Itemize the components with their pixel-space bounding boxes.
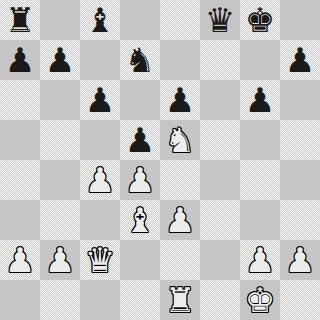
- white-pawn[interactable]: ♟: [285, 240, 315, 280]
- square-a2[interactable]: ♟: [0, 240, 40, 280]
- black-pawn[interactable]: ♟: [165, 80, 195, 120]
- black-king[interactable]: ♚: [245, 0, 275, 40]
- white-pawn[interactable]: ♟: [125, 160, 155, 200]
- square-d8[interactable]: [120, 0, 160, 40]
- black-pawn[interactable]: ♟: [245, 80, 275, 120]
- square-b8[interactable]: [40, 0, 80, 40]
- square-f7[interactable]: [200, 40, 240, 80]
- black-pawn[interactable]: ♟: [5, 40, 35, 80]
- square-a5[interactable]: [0, 120, 40, 160]
- square-c6[interactable]: ♟: [80, 80, 120, 120]
- square-a1[interactable]: [0, 280, 40, 320]
- square-c4[interactable]: ♟: [80, 160, 120, 200]
- square-g8[interactable]: ♚: [240, 0, 280, 40]
- square-g2[interactable]: ♟: [240, 240, 280, 280]
- black-pawn[interactable]: ♟: [125, 120, 155, 160]
- square-e2[interactable]: [160, 240, 200, 280]
- white-pawn[interactable]: ♟: [245, 240, 275, 280]
- square-b7[interactable]: ♟: [40, 40, 80, 80]
- square-h8[interactable]: [280, 0, 320, 40]
- square-g5[interactable]: [240, 120, 280, 160]
- square-h7[interactable]: ♟: [280, 40, 320, 80]
- square-c2[interactable]: ♛: [80, 240, 120, 280]
- square-a3[interactable]: [0, 200, 40, 240]
- square-c8[interactable]: ♝: [80, 0, 120, 40]
- square-a8[interactable]: ♜: [0, 0, 40, 40]
- white-queen[interactable]: ♛: [85, 240, 115, 280]
- square-f3[interactable]: [200, 200, 240, 240]
- square-f1[interactable]: [200, 280, 240, 320]
- square-d4[interactable]: ♟: [120, 160, 160, 200]
- square-g7[interactable]: [240, 40, 280, 80]
- white-pawn[interactable]: ♟: [85, 160, 115, 200]
- black-knight[interactable]: ♞: [125, 40, 155, 80]
- white-pawn[interactable]: ♟: [45, 240, 75, 280]
- square-e4[interactable]: [160, 160, 200, 200]
- square-h3[interactable]: [280, 200, 320, 240]
- square-d2[interactable]: [120, 240, 160, 280]
- square-h6[interactable]: [280, 80, 320, 120]
- black-rook[interactable]: ♜: [5, 0, 35, 40]
- white-knight[interactable]: ♞: [165, 120, 195, 160]
- square-h5[interactable]: [280, 120, 320, 160]
- square-d1[interactable]: [120, 280, 160, 320]
- black-bishop[interactable]: ♝: [85, 0, 115, 40]
- square-h2[interactable]: ♟: [280, 240, 320, 280]
- square-g1[interactable]: ♚: [240, 280, 280, 320]
- square-e7[interactable]: [160, 40, 200, 80]
- square-e5[interactable]: ♞: [160, 120, 200, 160]
- square-a4[interactable]: [0, 160, 40, 200]
- black-pawn[interactable]: ♟: [45, 40, 75, 80]
- white-pawn[interactable]: ♟: [165, 200, 195, 240]
- square-g6[interactable]: ♟: [240, 80, 280, 120]
- square-d5[interactable]: ♟: [120, 120, 160, 160]
- square-d7[interactable]: ♞: [120, 40, 160, 80]
- black-queen[interactable]: ♛: [205, 0, 235, 40]
- square-e6[interactable]: ♟: [160, 80, 200, 120]
- square-b1[interactable]: [40, 280, 80, 320]
- square-f6[interactable]: [200, 80, 240, 120]
- white-rook[interactable]: ♜: [165, 280, 195, 320]
- square-f4[interactable]: [200, 160, 240, 200]
- square-c1[interactable]: [80, 280, 120, 320]
- white-bishop[interactable]: ♝: [125, 200, 155, 240]
- white-king[interactable]: ♚: [245, 280, 275, 320]
- white-pawn[interactable]: ♟: [5, 240, 35, 280]
- square-b6[interactable]: [40, 80, 80, 120]
- square-d6[interactable]: [120, 80, 160, 120]
- square-e1[interactable]: ♜: [160, 280, 200, 320]
- square-e8[interactable]: [160, 0, 200, 40]
- square-b4[interactable]: [40, 160, 80, 200]
- black-pawn[interactable]: ♟: [285, 40, 315, 80]
- square-c5[interactable]: [80, 120, 120, 160]
- square-g3[interactable]: [240, 200, 280, 240]
- square-a6[interactable]: [0, 80, 40, 120]
- square-b2[interactable]: ♟: [40, 240, 80, 280]
- square-h1[interactable]: [280, 280, 320, 320]
- square-f2[interactable]: [200, 240, 240, 280]
- square-b5[interactable]: [40, 120, 80, 160]
- square-f8[interactable]: ♛: [200, 0, 240, 40]
- square-a7[interactable]: ♟: [0, 40, 40, 80]
- chess-board: ♜♝♛♚♟♟♞♟♟♟♟♟♞♟♟♝♟♟♟♛♟♟♜♚: [0, 0, 320, 320]
- square-c3[interactable]: [80, 200, 120, 240]
- square-e3[interactable]: ♟: [160, 200, 200, 240]
- square-c7[interactable]: [80, 40, 120, 80]
- square-f5[interactable]: [200, 120, 240, 160]
- black-pawn[interactable]: ♟: [85, 80, 115, 120]
- square-g4[interactable]: [240, 160, 280, 200]
- square-d3[interactable]: ♝: [120, 200, 160, 240]
- square-h4[interactable]: [280, 160, 320, 200]
- square-b3[interactable]: [40, 200, 80, 240]
